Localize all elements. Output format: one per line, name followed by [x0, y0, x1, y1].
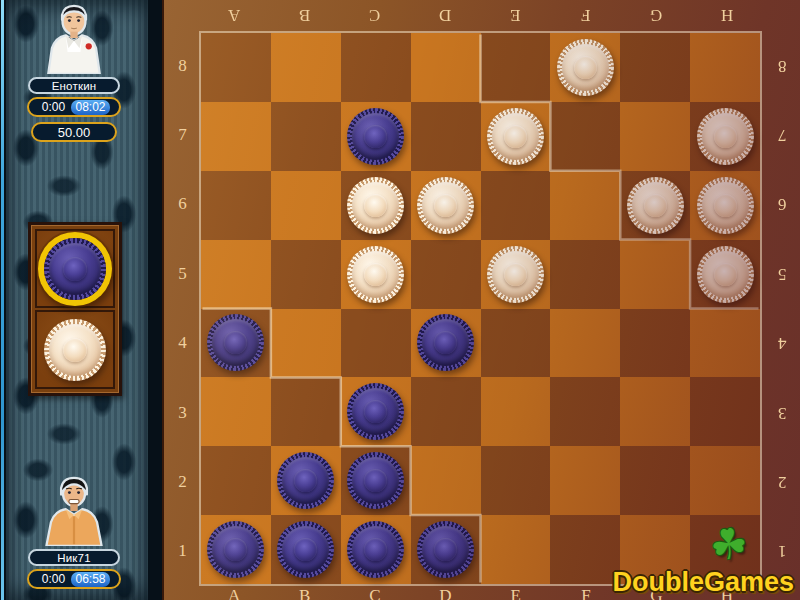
piece-white-h5[interactable]	[697, 246, 754, 303]
square-g8[interactable]	[620, 33, 690, 102]
file-labels-top: ABCDEFGH	[199, 0, 762, 29]
rank-label-right-8: 8	[778, 56, 787, 76]
square-e7[interactable]	[481, 102, 551, 171]
square-a4[interactable]	[201, 309, 271, 378]
player-name-bottom: Ник71	[28, 549, 120, 566]
file-label-bottom-C: C	[369, 586, 380, 600]
doublegames-logo: ☘ DoubleGames	[624, 540, 794, 598]
score-top-value: 50.00	[58, 125, 91, 140]
piece-center	[504, 125, 527, 148]
square-f1[interactable]	[550, 515, 620, 584]
square-c3[interactable]	[341, 377, 411, 446]
selector-dark-piece[interactable]	[44, 238, 106, 300]
piece-black-c2[interactable]	[347, 452, 404, 509]
square-f7[interactable]	[550, 102, 620, 171]
piece-black-a4[interactable]	[207, 314, 264, 371]
file-label-bottom-F: F	[581, 586, 590, 600]
square-c4[interactable]	[341, 309, 411, 378]
piece-center	[63, 257, 87, 281]
square-h8[interactable]	[690, 33, 760, 102]
rank-label-left-1: 1	[178, 541, 187, 561]
piece-black-c7[interactable]	[347, 108, 404, 165]
rank-label-left-4: 4	[178, 333, 187, 353]
square-b1[interactable]	[271, 515, 341, 584]
square-e4[interactable]	[481, 309, 551, 378]
square-b5[interactable]	[271, 240, 341, 309]
piece-black-b2[interactable]	[277, 452, 334, 509]
clock-top: 0:00 08:02	[27, 97, 121, 117]
piece-center	[644, 194, 667, 217]
rank-labels-left: 87654321	[164, 31, 201, 586]
score-top: 50.00	[31, 122, 117, 142]
piece-white-e7[interactable]	[487, 108, 544, 165]
square-h6[interactable]	[690, 171, 760, 240]
square-f8[interactable]	[550, 33, 620, 102]
clock-bottom: 0:00 06:58	[27, 569, 121, 589]
square-f5[interactable]	[550, 240, 620, 309]
square-c8[interactable]	[341, 33, 411, 102]
piece-white-f8[interactable]	[557, 39, 614, 96]
square-e2[interactable]	[481, 446, 551, 515]
selector-light-piece[interactable]	[44, 319, 106, 381]
piece-white-c5[interactable]	[347, 246, 404, 303]
file-label-top-G: G	[650, 5, 662, 25]
selector-dark-cell[interactable]	[35, 229, 115, 308]
piece-center	[63, 338, 87, 362]
board-grid	[201, 33, 760, 584]
rank-label-left-7: 7	[178, 125, 187, 145]
piece-center	[574, 56, 597, 79]
rank-label-left-3: 3	[178, 403, 187, 423]
square-g4[interactable]	[620, 309, 690, 378]
player-name-top: Еноткин	[28, 77, 120, 94]
selector-light-cell[interactable]	[35, 310, 115, 389]
square-c5[interactable]	[341, 240, 411, 309]
piece-center	[714, 125, 737, 148]
file-label-top-A: A	[228, 5, 240, 25]
file-label-top-F: F	[581, 5, 590, 25]
square-b6[interactable]	[271, 171, 341, 240]
square-g5[interactable]	[620, 240, 690, 309]
clock-top-elapsed: 0:00	[38, 100, 68, 114]
square-f2[interactable]	[550, 446, 620, 515]
rank-label-left-6: 6	[178, 194, 187, 214]
piece-black-b1[interactable]	[277, 521, 334, 578]
rank-label-right-5: 5	[778, 264, 787, 284]
piece-center	[434, 538, 457, 561]
rank-label-right-7: 7	[778, 125, 787, 145]
file-label-top-B: B	[299, 5, 310, 25]
piece-black-c1[interactable]	[347, 521, 404, 578]
square-b7[interactable]	[271, 102, 341, 171]
piece-color-selector	[28, 222, 122, 396]
piece-black-a1[interactable]	[207, 521, 264, 578]
piece-center	[364, 263, 387, 286]
square-d6[interactable]	[411, 171, 481, 240]
square-e5[interactable]	[481, 240, 551, 309]
avatar-tan-shirt-man	[28, 476, 120, 546]
piece-center	[714, 263, 737, 286]
square-e1[interactable]	[481, 515, 551, 584]
piece-black-d1[interactable]	[417, 521, 474, 578]
rank-label-right-2: 2	[778, 472, 787, 492]
game-board	[199, 31, 762, 586]
piece-white-g6[interactable]	[627, 177, 684, 234]
square-d7[interactable]	[411, 102, 481, 171]
file-label-top-C: C	[369, 5, 380, 25]
square-a7[interactable]	[201, 102, 271, 171]
square-d8[interactable]	[411, 33, 481, 102]
file-label-top-H: H	[721, 5, 733, 25]
square-g3[interactable]	[620, 377, 690, 446]
player-panel-top: Еноткин 0:00 08:02 50.00	[0, 4, 148, 142]
piece-center	[364, 125, 387, 148]
player-name-bottom-label: Ник71	[57, 552, 91, 564]
square-a2[interactable]	[201, 446, 271, 515]
square-c7[interactable]	[341, 102, 411, 171]
rank-label-right-4: 4	[778, 333, 787, 353]
square-c6[interactable]	[341, 171, 411, 240]
avatar-tuxedo-man	[28, 4, 120, 74]
square-h7[interactable]	[690, 102, 760, 171]
file-label-bottom-E: E	[510, 586, 520, 600]
square-d2[interactable]	[411, 446, 481, 515]
file-label-bottom-B: B	[299, 586, 310, 600]
clock-bottom-remaining: 06:58	[71, 572, 109, 587]
square-a6[interactable]	[201, 171, 271, 240]
logo-text: DoubleGames	[612, 567, 794, 598]
piece-white-h6[interactable]	[697, 177, 754, 234]
piece-center	[714, 194, 737, 217]
square-f4[interactable]	[550, 309, 620, 378]
square-d3[interactable]	[411, 377, 481, 446]
piece-white-c6[interactable]	[347, 177, 404, 234]
square-d5[interactable]	[411, 240, 481, 309]
piece-black-d4[interactable]	[417, 314, 474, 371]
square-a3[interactable]	[201, 377, 271, 446]
file-label-top-E: E	[510, 5, 520, 25]
square-d1[interactable]	[411, 515, 481, 584]
clock-top-remaining: 08:02	[71, 100, 109, 115]
piece-black-c3[interactable]	[347, 383, 404, 440]
rank-label-left-5: 5	[178, 264, 187, 284]
square-g7[interactable]	[620, 102, 690, 171]
square-d4[interactable]	[411, 309, 481, 378]
piece-white-d6[interactable]	[417, 177, 474, 234]
square-f3[interactable]	[550, 377, 620, 446]
square-b3[interactable]	[271, 377, 341, 446]
clover-icon: ☘	[708, 522, 751, 569]
sidebar: Еноткин 0:00 08:02 50.00	[0, 0, 162, 600]
player-name-top-label: Еноткин	[52, 80, 97, 92]
square-h5[interactable]	[690, 240, 760, 309]
rank-label-right-6: 6	[778, 194, 787, 214]
rank-labels-right: 87654321	[762, 31, 800, 586]
square-g6[interactable]	[620, 171, 690, 240]
square-e3[interactable]	[481, 377, 551, 446]
rank-label-right-3: 3	[778, 403, 787, 423]
square-f6[interactable]	[550, 171, 620, 240]
square-b8[interactable]	[271, 33, 341, 102]
square-h3[interactable]	[690, 377, 760, 446]
piece-white-e5[interactable]	[487, 246, 544, 303]
file-label-bottom-A: A	[228, 586, 240, 600]
square-a5[interactable]	[201, 240, 271, 309]
clock-bottom-elapsed: 0:00	[38, 572, 68, 586]
square-a1[interactable]	[201, 515, 271, 584]
piece-white-h7[interactable]	[697, 108, 754, 165]
square-a8[interactable]	[201, 33, 271, 102]
file-label-top-D: D	[439, 5, 451, 25]
rank-label-left-2: 2	[178, 472, 187, 492]
square-e6[interactable]	[481, 171, 551, 240]
piece-center	[364, 194, 387, 217]
square-h4[interactable]	[690, 309, 760, 378]
square-h2[interactable]	[690, 446, 760, 515]
square-c2[interactable]	[341, 446, 411, 515]
square-e8[interactable]	[481, 33, 551, 102]
square-c1[interactable]	[341, 515, 411, 584]
file-label-bottom-D: D	[439, 586, 451, 600]
square-g2[interactable]	[620, 446, 690, 515]
square-b4[interactable]	[271, 309, 341, 378]
square-b2[interactable]	[271, 446, 341, 515]
piece-center	[434, 194, 457, 217]
rank-label-left-8: 8	[178, 56, 187, 76]
player-panel-bottom: Ник71 0:00 06:58	[0, 476, 148, 589]
piece-center	[504, 263, 527, 286]
board-frame: ABCDEFGH ABCDEFGH 87654321 87654321 ☘ Do…	[162, 0, 800, 600]
